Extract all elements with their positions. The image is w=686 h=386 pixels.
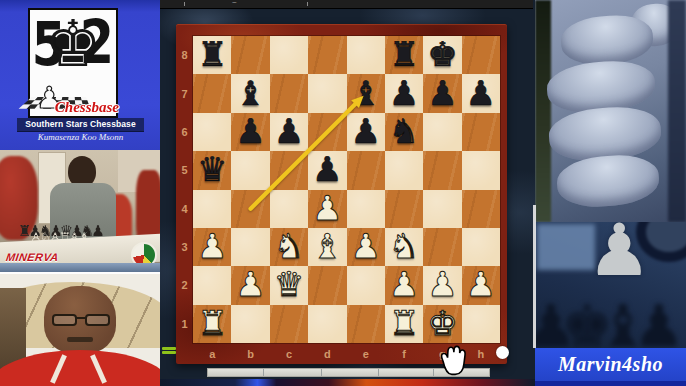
toolbar-mark: ~ [232, 0, 237, 7]
finger [559, 12, 655, 68]
square-c4[interactable] [270, 190, 308, 228]
white-pawn-photo: ♟ [587, 222, 652, 286]
square-g3[interactable] [423, 228, 461, 266]
square-e5[interactable] [347, 151, 385, 189]
square-e4[interactable] [347, 190, 385, 228]
square-e8[interactable] [347, 36, 385, 74]
square-e2[interactable] [347, 266, 385, 304]
square-d6[interactable] [308, 113, 346, 151]
streamer-name: Marvin4sho [558, 353, 663, 376]
square-d1[interactable] [308, 305, 346, 343]
piece-black-king: ♚ [427, 37, 457, 71]
piece-black-pawn: ♟ [350, 114, 380, 148]
square-c6[interactable]: ♟ [270, 113, 308, 151]
square-b4[interactable] [231, 190, 269, 228]
square-f4[interactable] [385, 190, 423, 228]
piece-white-bishop: ♝ [312, 229, 342, 263]
square-e1[interactable] [347, 305, 385, 343]
streamer-banner: Marvin4sho [535, 348, 686, 381]
piece-white-rook: ♜ [389, 306, 419, 340]
chess-gui-video: ~ 87654321 ♜♜♚♝♝♟♟♟♟♟♟♞♛♟♟♟♞♝♟♞♟♛♟♟♟♜♜♚ … [160, 0, 535, 386]
file-label-b: b [231, 345, 269, 362]
square-e3[interactable]: ♟ [347, 228, 385, 266]
square-g1[interactable]: ♚ [423, 305, 461, 343]
square-h1[interactable] [462, 305, 500, 343]
square-d5[interactable]: ♟ [308, 151, 346, 189]
piece-black-knight: ♞ [389, 114, 419, 148]
taskbar-strip [160, 379, 535, 386]
stream-frame: 5 2 ♚ ♟ Chessbase Southern Stars Chessba… [0, 0, 686, 386]
piece-black-pawn: ♟ [312, 152, 342, 186]
piece-white-pawn: ♟ [466, 267, 496, 301]
banner-underline [535, 381, 686, 386]
blurred-dark-pieces: ♟♚♝♟ [535, 292, 669, 348]
square-f6[interactable]: ♞ [385, 113, 423, 151]
square-g4[interactable] [423, 190, 461, 228]
chess-pieces-photo: ♟ ♟♚♝♟ [535, 222, 686, 348]
piece-white-pawn: ♟ [427, 267, 457, 301]
file-label-e: e [347, 345, 385, 362]
file-label-a: a [193, 345, 231, 362]
king-icon: ♚ [44, 12, 101, 76]
square-c8[interactable] [270, 36, 308, 74]
square-f5[interactable] [385, 151, 423, 189]
rank-label-5: 5 [176, 151, 193, 189]
square-b7[interactable]: ♝ [231, 74, 269, 112]
square-f2[interactable]: ♟ [385, 266, 423, 304]
club-logo-section: 5 2 ♚ ♟ Chessbase Southern Stars Chessba… [0, 0, 160, 150]
square-d2[interactable] [308, 266, 346, 304]
rank-label-4: 4 [176, 190, 193, 228]
square-g8[interactable]: ♚ [423, 36, 461, 74]
square-c5[interactable] [270, 151, 308, 189]
board-frame: 87654321 ♜♜♚♝♝♟♟♟♟♟♟♞♛♟♟♟♞♝♟♞♟♛♟♟♟♜♜♚ ab… [176, 24, 507, 364]
square-g2[interactable]: ♟ [423, 266, 461, 304]
square-b5[interactable] [231, 151, 269, 189]
piece-black-pawn: ♟ [274, 114, 304, 148]
square-a3[interactable]: ♟ [193, 228, 231, 266]
square-c7[interactable] [270, 74, 308, 112]
piece-white-knight: ♞ [389, 229, 419, 263]
square-d3[interactable]: ♝ [308, 228, 346, 266]
glasses [50, 314, 112, 328]
square-h4[interactable] [462, 190, 500, 228]
square-g7[interactable]: ♟ [423, 74, 461, 112]
square-h7[interactable]: ♟ [462, 74, 500, 112]
square-a6[interactable] [193, 113, 231, 151]
tournament-photo: ♜♟♞♟♛♟♞♟ ♙♘♙♖♙♗ MINERVA [0, 150, 160, 272]
finger [555, 152, 661, 211]
piece-white-rook: ♜ [197, 306, 227, 340]
square-a5[interactable]: ♛ [193, 151, 231, 189]
piece-black-bishop: ♝ [350, 76, 380, 110]
piece-white-pawn: ♟ [312, 191, 342, 225]
piece-black-pawn: ♟ [389, 76, 419, 110]
square-b3[interactable] [231, 228, 269, 266]
square-b6[interactable]: ♟ [231, 113, 269, 151]
square-c2[interactable]: ♛ [270, 266, 308, 304]
chessbase-wordmark: Chessbase [55, 99, 119, 116]
window-toolbar: ~ [160, 0, 533, 9]
photo-edge-line [533, 205, 536, 348]
piece-black-pawn: ♟ [235, 114, 265, 148]
square-a1[interactable]: ♜ [193, 305, 231, 343]
square-c1[interactable] [270, 305, 308, 343]
square-b1[interactable] [231, 305, 269, 343]
square-h3[interactable] [462, 228, 500, 266]
table-edge [0, 263, 160, 272]
file-label-c: c [270, 345, 308, 362]
square-h6[interactable] [462, 113, 500, 151]
square-d7[interactable] [308, 74, 346, 112]
left-sidebar: 5 2 ♚ ♟ Chessbase Southern Stars Chessba… [0, 0, 160, 386]
mustache [67, 337, 93, 342]
rank-labels: 87654321 [176, 36, 193, 343]
webcam-video [0, 272, 160, 386]
square-g6[interactable] [423, 113, 461, 151]
hand-cursor [435, 341, 473, 383]
club-name-banner: Southern Stars Chessbase [17, 118, 144, 132]
square-a4[interactable] [193, 190, 231, 228]
file-label-d: d [308, 345, 346, 362]
piece-white-knight: ♞ [274, 229, 304, 263]
rank-label-3: 3 [176, 228, 193, 266]
file-label-f: f [385, 345, 423, 362]
rank-label-1: 1 [176, 305, 193, 343]
square-b8[interactable] [231, 36, 269, 74]
square-g5[interactable] [423, 151, 461, 189]
chess-board[interactable]: ♜♜♚♝♝♟♟♟♟♟♟♞♛♟♟♟♞♝♟♞♟♛♟♟♟♜♜♚ [193, 36, 500, 343]
piece-white-pawn: ♟ [235, 267, 265, 301]
rank-label-2: 2 [176, 266, 193, 304]
right-sidebar: ♟ ♟♚♝♟ Marvin4sho [535, 0, 686, 386]
square-a7[interactable] [193, 74, 231, 112]
square-d4[interactable]: ♟ [308, 190, 346, 228]
side-to-move-dot [496, 346, 509, 359]
club-logo-box: 5 2 ♚ ♟ Chessbase [28, 8, 118, 118]
square-a8[interactable]: ♜ [193, 36, 231, 74]
square-f3[interactable]: ♞ [385, 228, 423, 266]
square-b2[interactable]: ♟ [231, 266, 269, 304]
rank-label-8: 8 [176, 36, 193, 74]
square-f1[interactable]: ♜ [385, 305, 423, 343]
piece-white-king: ♚ [427, 306, 457, 340]
club-tagline: Kumasenza Koo Msonn [17, 131, 144, 144]
square-f8[interactable]: ♜ [385, 36, 423, 74]
table-pieces-light: ♙♘♙♖♙♗ [30, 230, 88, 245]
square-h2[interactable]: ♟ [462, 266, 500, 304]
square-f7[interactable]: ♟ [385, 74, 423, 112]
piece-black-bishop: ♝ [235, 76, 265, 110]
piece-white-pawn: ♟ [197, 229, 227, 263]
square-a2[interactable] [193, 266, 231, 304]
square-e6[interactable]: ♟ [347, 113, 385, 151]
piece-black-rook: ♜ [389, 37, 419, 71]
piece-black-queen: ♛ [197, 152, 227, 186]
rank-label-6: 6 [176, 113, 193, 151]
piece-black-rook: ♜ [197, 37, 227, 71]
rank-label-7: 7 [176, 74, 193, 112]
piece-white-pawn: ♟ [350, 229, 380, 263]
square-h8[interactable] [462, 36, 500, 74]
piece-black-pawn: ♟ [466, 76, 496, 110]
engine-eval-indicator [162, 347, 176, 355]
hand-photo [535, 0, 686, 222]
square-h5[interactable] [462, 151, 500, 189]
piece-white-queen: ♛ [274, 267, 304, 301]
piece-white-pawn: ♟ [389, 267, 419, 301]
square-d8[interactable] [308, 36, 346, 74]
square-c3[interactable]: ♞ [270, 228, 308, 266]
minerva-wordmark: MINERVA [5, 251, 59, 263]
square-e7[interactable]: ♝ [347, 74, 385, 112]
piece-black-pawn: ♟ [427, 76, 457, 110]
